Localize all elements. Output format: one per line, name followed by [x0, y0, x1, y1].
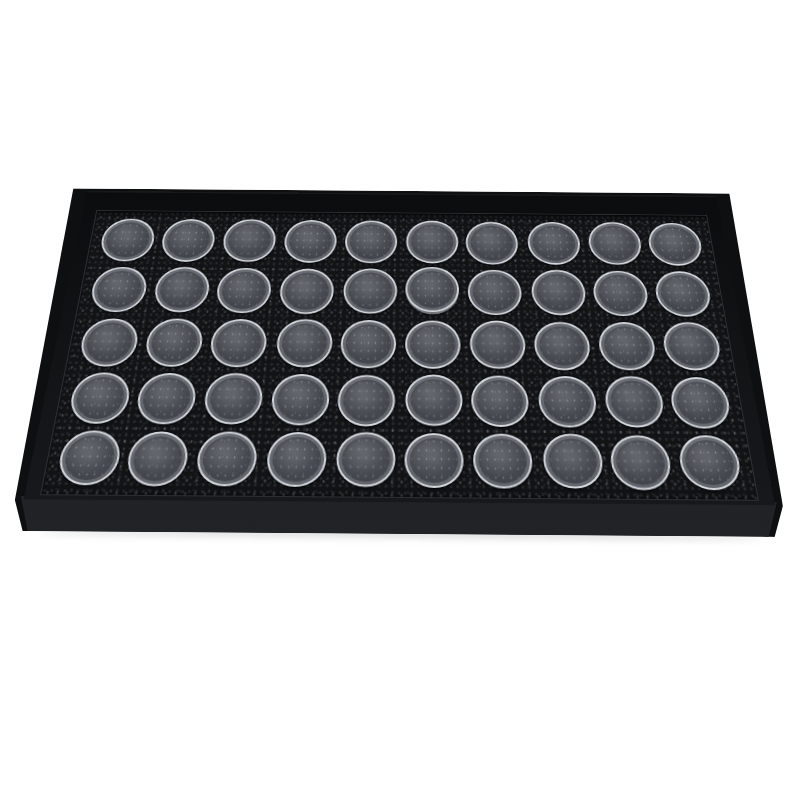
gem-jar [282, 220, 337, 263]
gem-jar [467, 269, 523, 315]
gem-jar [342, 268, 397, 314]
gem-jar [532, 321, 591, 370]
jar-cell-r1-c1 [92, 215, 161, 264]
gem-jar [541, 433, 605, 488]
gem-jar [142, 318, 204, 367]
jar-cell-r5-c7 [467, 430, 539, 492]
jar-cell-r2-c5 [337, 265, 401, 317]
jar-cell-r3-c10 [655, 319, 728, 374]
gem-jar [406, 220, 459, 263]
gem-jar [194, 431, 258, 486]
gem-jar [336, 374, 394, 426]
gem-jar [602, 376, 665, 428]
gem-jar [264, 431, 326, 486]
gem-jar [274, 319, 332, 368]
jar-cell-r4-c7 [466, 372, 535, 430]
jar-cell-r2-c2 [146, 264, 216, 315]
tray-tilt-wrapper [0, 0, 800, 800]
jar-cell-r1-c4 [277, 217, 341, 266]
jar-cell-r1-c5 [339, 217, 401, 266]
gem-jar [405, 266, 459, 312]
jar-cell-r3-c2 [137, 315, 209, 370]
jar-cell-r2-c4 [273, 265, 339, 317]
jar-cell-r1-c3 [215, 216, 281, 265]
jar-cell-r5-c4 [259, 428, 332, 490]
gem-jar [76, 318, 140, 367]
jar-cell-r4-c3 [196, 370, 269, 428]
jar-cell-r4-c4 [264, 370, 334, 428]
jar-cell-r5-c2 [119, 427, 196, 489]
jar-cell-r2-c6 [400, 266, 464, 318]
gem-jar [653, 271, 714, 317]
gem-jar [405, 320, 461, 369]
gem-jar [608, 435, 674, 490]
jar-cell-r5-c8 [535, 430, 609, 492]
jar-cell-r4-c8 [531, 372, 603, 430]
gem-jar [526, 221, 582, 264]
jar-cell-r1-c9 [581, 219, 648, 268]
gem-jar [676, 435, 744, 490]
gem-jar [66, 372, 132, 424]
jar-cell-r3-c4 [269, 316, 337, 371]
gem-jar [596, 321, 657, 370]
gem-jar [151, 266, 211, 312]
gem-jar [124, 431, 191, 486]
gem-jar [339, 319, 396, 368]
jar-cell-r5-c1 [48, 426, 128, 488]
jar-cell-r5-c5 [329, 428, 400, 490]
jar-cell-r4-c10 [663, 373, 739, 431]
gem-jar [202, 372, 264, 424]
gem-jar [668, 376, 733, 428]
jar-cell-r1-c6 [401, 218, 463, 267]
gem-jar [660, 322, 723, 371]
jar-cell-r2-c1 [82, 263, 154, 314]
jar-cell-r3-c6 [400, 317, 466, 372]
jar-cell-r2-c7 [462, 266, 527, 318]
jar-cell-r4-c5 [332, 371, 400, 429]
jar-cell-r2-c10 [648, 268, 719, 320]
gem-jar [404, 432, 464, 487]
gem-jar [470, 375, 530, 427]
gem-jar [536, 375, 597, 427]
jar-cell-r3-c8 [528, 318, 597, 373]
gem-jar [344, 220, 397, 263]
jar-cell-r2-c8 [524, 267, 591, 319]
gem-jar [591, 270, 650, 316]
gem-jar [405, 374, 463, 426]
gem-jar [472, 433, 534, 488]
jar-cell-r4-c2 [128, 369, 203, 427]
gem-jar [97, 218, 157, 261]
gem-jar [54, 430, 123, 485]
jar-cell-r1-c8 [521, 219, 586, 268]
gem-jar [529, 269, 586, 315]
jar-cell-r4-c6 [399, 371, 467, 429]
tray-top-plane [23, 191, 775, 506]
felt-liner [39, 210, 758, 501]
gem-jar [646, 222, 705, 265]
product-photo-scene [0, 0, 800, 800]
gem-jar [221, 219, 277, 262]
gem-jar [277, 268, 334, 314]
jar-cell-r1-c2 [154, 216, 221, 265]
jar-cell-r1-c7 [461, 218, 524, 267]
gem-jar [335, 431, 395, 486]
gem-jar [134, 372, 198, 424]
jar-cell-r3-c7 [464, 317, 531, 372]
jar-cell-r4-c1 [60, 369, 137, 427]
jar-cell-r1-c10 [641, 220, 710, 269]
gem-jar [269, 373, 329, 425]
jar-cell-r5-c9 [603, 431, 679, 493]
jar-cell-r3-c9 [591, 318, 662, 373]
jar-cell-r3-c3 [203, 315, 273, 370]
gem-jar [214, 267, 272, 313]
jar-cell-r5-c10 [671, 431, 750, 493]
jar-grid [48, 215, 749, 493]
gem-jar [159, 219, 217, 262]
jar-cell-r5-c6 [399, 429, 469, 491]
gem-jar [586, 222, 643, 265]
jar-cell-r4-c9 [597, 373, 671, 431]
jar-cell-r5-c3 [189, 427, 264, 489]
jar-cell-r2-c9 [586, 267, 655, 319]
gem-jar [208, 318, 268, 367]
gem-jar [469, 320, 527, 369]
gem-jar [87, 266, 149, 312]
gem-jar [465, 221, 519, 264]
jar-cell-r3-c1 [72, 314, 146, 369]
jar-cell-r2-c3 [209, 264, 277, 315]
jar-cell-r3-c5 [334, 316, 400, 371]
